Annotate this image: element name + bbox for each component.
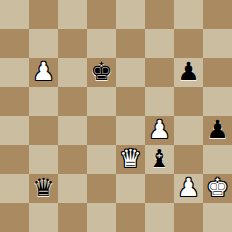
black-pawn[interactable]: ♟: [177, 57, 199, 86]
square-b3[interactable]: [29, 145, 58, 174]
square-a4[interactable]: [0, 116, 29, 145]
square-e1[interactable]: [116, 203, 145, 232]
square-f7[interactable]: [145, 29, 174, 58]
square-a6[interactable]: [0, 58, 29, 87]
square-c2[interactable]: [58, 174, 87, 203]
square-a8[interactable]: [0, 0, 29, 29]
square-a7[interactable]: [0, 29, 29, 58]
square-a3[interactable]: [0, 145, 29, 174]
square-g5[interactable]: [174, 87, 203, 116]
square-b7[interactable]: [29, 29, 58, 58]
square-c5[interactable]: [58, 87, 87, 116]
black-bishop[interactable]: ♝: [148, 144, 170, 173]
square-d2[interactable]: [87, 174, 116, 203]
square-d3[interactable]: [87, 145, 116, 174]
square-e4[interactable]: [116, 116, 145, 145]
square-g4[interactable]: [174, 116, 203, 145]
square-c1[interactable]: [58, 203, 87, 232]
square-b8[interactable]: [29, 0, 58, 29]
square-e3[interactable]: ♛: [116, 145, 145, 174]
square-g8[interactable]: [174, 0, 203, 29]
black-queen[interactable]: ♛: [32, 173, 54, 202]
square-e5[interactable]: [116, 87, 145, 116]
square-b6[interactable]: ♟: [29, 58, 58, 87]
square-d8[interactable]: [87, 0, 116, 29]
white-pawn[interactable]: ♟: [177, 173, 199, 202]
square-f5[interactable]: [145, 87, 174, 116]
square-a2[interactable]: [0, 174, 29, 203]
square-c6[interactable]: [58, 58, 87, 87]
square-h4[interactable]: ♟: [203, 116, 232, 145]
square-c3[interactable]: [58, 145, 87, 174]
square-g7[interactable]: [174, 29, 203, 58]
square-h6[interactable]: [203, 58, 232, 87]
square-d6[interactable]: ♚: [87, 58, 116, 87]
square-d4[interactable]: [87, 116, 116, 145]
square-b5[interactable]: [29, 87, 58, 116]
square-e8[interactable]: [116, 0, 145, 29]
square-h5[interactable]: [203, 87, 232, 116]
white-queen[interactable]: ♛: [119, 144, 141, 173]
square-e7[interactable]: [116, 29, 145, 58]
square-f2[interactable]: [145, 174, 174, 203]
square-h2[interactable]: ♚: [203, 174, 232, 203]
square-d1[interactable]: [87, 203, 116, 232]
square-a1[interactable]: [0, 203, 29, 232]
square-f4[interactable]: ♟: [145, 116, 174, 145]
square-d5[interactable]: [87, 87, 116, 116]
square-g1[interactable]: [174, 203, 203, 232]
white-pawn[interactable]: ♟: [148, 115, 170, 144]
square-c7[interactable]: [58, 29, 87, 58]
black-king[interactable]: ♚: [90, 57, 112, 86]
square-g6[interactable]: ♟: [174, 58, 203, 87]
white-pawn[interactable]: ♟: [32, 57, 54, 86]
square-e6[interactable]: [116, 58, 145, 87]
square-b2[interactable]: ♛: [29, 174, 58, 203]
square-h7[interactable]: [203, 29, 232, 58]
square-f1[interactable]: [145, 203, 174, 232]
chess-board: ♟♚♟♟♟♛♝♛♟♚: [0, 0, 232, 232]
square-b1[interactable]: [29, 203, 58, 232]
square-f3[interactable]: ♝: [145, 145, 174, 174]
square-c4[interactable]: [58, 116, 87, 145]
square-h3[interactable]: [203, 145, 232, 174]
square-c8[interactable]: [58, 0, 87, 29]
square-h1[interactable]: [203, 203, 232, 232]
black-pawn[interactable]: ♟: [206, 115, 228, 144]
white-king[interactable]: ♚: [206, 173, 228, 202]
square-g2[interactable]: ♟: [174, 174, 203, 203]
square-d7[interactable]: [87, 29, 116, 58]
square-h8[interactable]: [203, 0, 232, 29]
square-e2[interactable]: [116, 174, 145, 203]
square-f8[interactable]: [145, 0, 174, 29]
square-g3[interactable]: [174, 145, 203, 174]
square-f6[interactable]: [145, 58, 174, 87]
square-b4[interactable]: [29, 116, 58, 145]
square-a5[interactable]: [0, 87, 29, 116]
